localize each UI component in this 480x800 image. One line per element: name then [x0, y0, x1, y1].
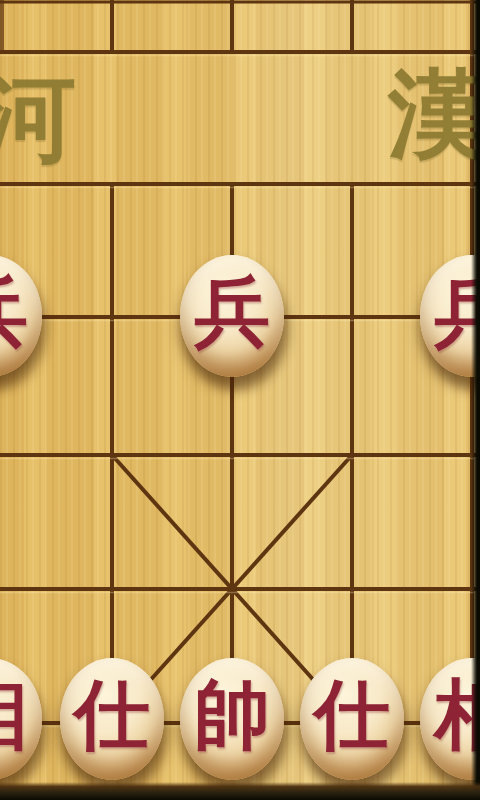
piece-red-advisor-file4[interactable]: 仕	[60, 658, 164, 780]
piece-red-soldier-file5[interactable]: 兵	[180, 255, 284, 377]
piece-glyph: 兵	[194, 274, 270, 350]
screen-edge-shadow-bottom	[0, 782, 480, 800]
screen-edge-shadow-right	[471, 0, 480, 800]
piece-red-advisor-file6[interactable]: 仕	[300, 658, 404, 780]
piece-red-general-file5[interactable]: 帥	[180, 658, 284, 780]
piece-glyph: 相	[0, 677, 28, 753]
piece-glyph: 帥	[194, 677, 270, 753]
river-char-he: 河	[0, 70, 76, 166]
piece-glyph: 仕	[314, 677, 390, 753]
river-char-han: 漢	[388, 66, 480, 162]
piece-glyph: 仕	[74, 677, 150, 753]
xiangqi-board-viewport[interactable]: 河 漢 兵 兵 兵 相 仕 帥 仕 相	[0, 0, 480, 800]
piece-glyph: 兵	[0, 274, 28, 350]
